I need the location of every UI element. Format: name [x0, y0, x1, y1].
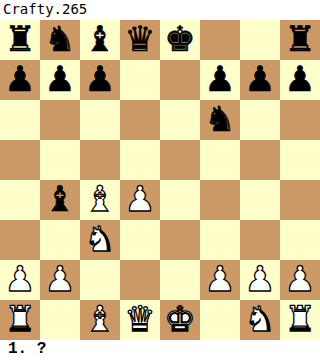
square-b6[interactable] — [40, 100, 80, 140]
square-f7[interactable]: ♟ — [200, 60, 240, 100]
square-c4[interactable]: ♝ — [80, 180, 120, 220]
piece-white-bishop[interactable]: ♝ — [84, 302, 115, 337]
square-f1[interactable] — [200, 300, 240, 340]
square-f3[interactable] — [200, 220, 240, 260]
square-a8[interactable]: ♜ — [0, 20, 40, 60]
square-h8[interactable]: ♜ — [280, 20, 320, 60]
square-g1[interactable]: ♞ — [240, 300, 280, 340]
piece-black-bishop[interactable]: ♝ — [84, 22, 115, 57]
square-d7[interactable] — [120, 60, 160, 100]
square-g8[interactable] — [240, 20, 280, 60]
square-d5[interactable] — [120, 140, 160, 180]
move-status: 1. ? — [0, 340, 320, 360]
piece-white-rook[interactable]: ♜ — [4, 302, 35, 337]
square-b3[interactable] — [40, 220, 80, 260]
square-e3[interactable] — [160, 220, 200, 260]
piece-black-knight[interactable]: ♞ — [204, 102, 235, 137]
square-b2[interactable]: ♟ — [40, 260, 80, 300]
square-a7[interactable]: ♟ — [0, 60, 40, 100]
square-b5[interactable] — [40, 140, 80, 180]
square-h7[interactable]: ♟ — [280, 60, 320, 100]
square-g2[interactable]: ♟ — [240, 260, 280, 300]
square-b7[interactable]: ♟ — [40, 60, 80, 100]
piece-white-pawn[interactable]: ♟ — [4, 262, 35, 297]
square-a2[interactable]: ♟ — [0, 260, 40, 300]
square-d2[interactable] — [120, 260, 160, 300]
piece-black-king[interactable]: ♚ — [164, 22, 195, 57]
piece-white-king[interactable]: ♚ — [164, 302, 195, 337]
window-title: Crafty.265 — [0, 0, 320, 20]
square-e1[interactable]: ♚ — [160, 300, 200, 340]
square-c1[interactable]: ♝ — [80, 300, 120, 340]
chess-board: ♜♞♝♛♚♜♟♟♟♟♟♟♞♝♝♟♞♟♟♟♟♟♜♝♛♚♞♜ — [0, 20, 320, 340]
square-h6[interactable] — [280, 100, 320, 140]
piece-white-rook[interactable]: ♜ — [284, 302, 315, 337]
square-e5[interactable] — [160, 140, 200, 180]
piece-black-queen[interactable]: ♛ — [124, 22, 155, 57]
square-c6[interactable] — [80, 100, 120, 140]
square-f8[interactable] — [200, 20, 240, 60]
square-f2[interactable]: ♟ — [200, 260, 240, 300]
square-d3[interactable] — [120, 220, 160, 260]
square-f4[interactable] — [200, 180, 240, 220]
piece-white-pawn[interactable]: ♟ — [124, 182, 155, 217]
square-g7[interactable]: ♟ — [240, 60, 280, 100]
square-d6[interactable] — [120, 100, 160, 140]
piece-white-bishop[interactable]: ♝ — [84, 182, 115, 217]
square-b1[interactable] — [40, 300, 80, 340]
piece-black-pawn[interactable]: ♟ — [4, 62, 35, 97]
square-e4[interactable] — [160, 180, 200, 220]
piece-black-pawn[interactable]: ♟ — [84, 62, 115, 97]
square-a3[interactable] — [0, 220, 40, 260]
square-h4[interactable] — [280, 180, 320, 220]
square-g3[interactable] — [240, 220, 280, 260]
square-a1[interactable]: ♜ — [0, 300, 40, 340]
square-c3[interactable]: ♞ — [80, 220, 120, 260]
square-a4[interactable] — [0, 180, 40, 220]
square-e8[interactable]: ♚ — [160, 20, 200, 60]
piece-white-pawn[interactable]: ♟ — [244, 262, 275, 297]
square-h1[interactable]: ♜ — [280, 300, 320, 340]
square-c7[interactable]: ♟ — [80, 60, 120, 100]
square-d1[interactable]: ♛ — [120, 300, 160, 340]
piece-black-pawn[interactable]: ♟ — [244, 62, 275, 97]
square-g6[interactable] — [240, 100, 280, 140]
piece-white-queen[interactable]: ♛ — [124, 302, 155, 337]
piece-white-pawn[interactable]: ♟ — [204, 262, 235, 297]
square-b4[interactable]: ♝ — [40, 180, 80, 220]
square-c5[interactable] — [80, 140, 120, 180]
piece-black-bishop[interactable]: ♝ — [44, 182, 75, 217]
square-h2[interactable]: ♟ — [280, 260, 320, 300]
square-e6[interactable] — [160, 100, 200, 140]
square-d4[interactable]: ♟ — [120, 180, 160, 220]
piece-white-knight[interactable]: ♞ — [84, 222, 115, 257]
piece-black-knight[interactable]: ♞ — [44, 22, 75, 57]
square-g4[interactable] — [240, 180, 280, 220]
piece-white-pawn[interactable]: ♟ — [44, 262, 75, 297]
piece-white-pawn[interactable]: ♟ — [284, 262, 315, 297]
square-e2[interactable] — [160, 260, 200, 300]
square-c8[interactable]: ♝ — [80, 20, 120, 60]
square-f6[interactable]: ♞ — [200, 100, 240, 140]
square-h3[interactable] — [280, 220, 320, 260]
piece-black-rook[interactable]: ♜ — [284, 22, 315, 57]
square-b8[interactable]: ♞ — [40, 20, 80, 60]
piece-black-pawn[interactable]: ♟ — [204, 62, 235, 97]
square-d8[interactable]: ♛ — [120, 20, 160, 60]
piece-white-knight[interactable]: ♞ — [244, 302, 275, 337]
piece-black-pawn[interactable]: ♟ — [44, 62, 75, 97]
square-f5[interactable] — [200, 140, 240, 180]
square-e7[interactable] — [160, 60, 200, 100]
square-h5[interactable] — [280, 140, 320, 180]
square-c2[interactable] — [80, 260, 120, 300]
square-a5[interactable] — [0, 140, 40, 180]
piece-black-pawn[interactable]: ♟ — [284, 62, 315, 97]
square-a6[interactable] — [0, 100, 40, 140]
piece-black-rook[interactable]: ♜ — [4, 22, 35, 57]
square-g5[interactable] — [240, 140, 280, 180]
